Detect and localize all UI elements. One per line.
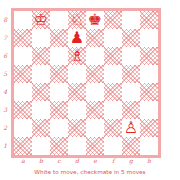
- square-d2[interactable]: [68, 119, 86, 137]
- square-c2[interactable]: [50, 119, 68, 137]
- square-h7[interactable]: [140, 29, 158, 47]
- puzzle-caption: White to move, checkmate in 5 moves: [25, 169, 155, 175]
- rank-label-6: 6: [0, 47, 9, 65]
- square-g4[interactable]: [122, 83, 140, 101]
- square-c3[interactable]: [50, 101, 68, 119]
- square-b5[interactable]: [32, 65, 50, 83]
- square-e1[interactable]: [86, 137, 104, 155]
- file-label-c: c: [50, 156, 68, 165]
- square-d1[interactable]: [68, 137, 86, 155]
- square-b8[interactable]: ♔: [32, 11, 50, 29]
- square-d6[interactable]: ♗: [68, 47, 86, 65]
- square-h2[interactable]: [140, 119, 158, 137]
- file-label-b: b: [32, 156, 50, 165]
- square-b6[interactable]: [32, 47, 50, 65]
- square-e6[interactable]: [86, 47, 104, 65]
- rank-label-5: 5: [0, 65, 9, 83]
- square-h4[interactable]: [140, 83, 158, 101]
- square-g3[interactable]: [122, 101, 140, 119]
- square-g7[interactable]: [122, 29, 140, 47]
- rank-label-4: 4: [0, 83, 9, 101]
- square-e3[interactable]: [86, 101, 104, 119]
- square-h3[interactable]: [140, 101, 158, 119]
- square-a5[interactable]: [14, 65, 32, 83]
- piece-black-king[interactable]: ♚: [86, 11, 104, 29]
- square-g5[interactable]: [122, 65, 140, 83]
- file-label-d: d: [68, 156, 86, 165]
- piece-white-bishop[interactable]: ♗: [68, 47, 86, 65]
- square-e2[interactable]: [86, 119, 104, 137]
- square-e5[interactable]: [86, 65, 104, 83]
- file-label-g: g: [122, 156, 140, 165]
- square-f1[interactable]: [104, 137, 122, 155]
- square-c4[interactable]: [50, 83, 68, 101]
- square-a1[interactable]: [14, 137, 32, 155]
- square-a4[interactable]: [14, 83, 32, 101]
- file-label-a: a: [14, 156, 32, 165]
- square-c1[interactable]: [50, 137, 68, 155]
- square-d7[interactable]: ♟: [68, 29, 86, 47]
- rank-label-8: 8: [0, 11, 9, 29]
- square-a8[interactable]: [14, 11, 32, 29]
- square-g6[interactable]: [122, 47, 140, 65]
- square-d4[interactable]: [68, 83, 86, 101]
- square-g8[interactable]: [122, 11, 140, 29]
- square-c6[interactable]: [50, 47, 68, 65]
- file-label-h: h: [140, 156, 158, 165]
- file-label-e: e: [86, 156, 104, 165]
- square-e8[interactable]: ♚: [86, 11, 104, 29]
- square-f3[interactable]: [104, 101, 122, 119]
- square-h1[interactable]: [140, 137, 158, 155]
- rank-labels: 87654321: [0, 8, 9, 158]
- square-h6[interactable]: [140, 47, 158, 65]
- square-f8[interactable]: [104, 11, 122, 29]
- square-a3[interactable]: [14, 101, 32, 119]
- square-c5[interactable]: [50, 65, 68, 83]
- rank-label-2: 2: [0, 119, 9, 137]
- square-f2[interactable]: [104, 119, 122, 137]
- square-a6[interactable]: [14, 47, 32, 65]
- rank-label-7: 7: [0, 29, 9, 47]
- square-h5[interactable]: [140, 65, 158, 83]
- square-h8[interactable]: [140, 11, 158, 29]
- square-a2[interactable]: [14, 119, 32, 137]
- square-b2[interactable]: [32, 119, 50, 137]
- file-label-f: f: [104, 156, 122, 165]
- square-f6[interactable]: [104, 47, 122, 65]
- piece-white-pawn[interactable]: ♙: [122, 119, 140, 137]
- square-b1[interactable]: [32, 137, 50, 155]
- square-d8[interactable]: ♘: [68, 11, 86, 29]
- square-f5[interactable]: [104, 65, 122, 83]
- square-g2[interactable]: ♙: [122, 119, 140, 137]
- file-labels: abcdefgh: [14, 156, 158, 165]
- square-a7[interactable]: [14, 29, 32, 47]
- square-f7[interactable]: [104, 29, 122, 47]
- rank-label-3: 3: [0, 101, 9, 119]
- square-f4[interactable]: [104, 83, 122, 101]
- piece-black-pawn[interactable]: ♟: [68, 29, 86, 47]
- square-d3[interactable]: [68, 101, 86, 119]
- square-e4[interactable]: [86, 83, 104, 101]
- chess-diagram: 87654321 ♔♘♚♟♗♙ abcdefgh White to move, …: [0, 0, 180, 180]
- square-c8[interactable]: [50, 11, 68, 29]
- square-c7[interactable]: [50, 29, 68, 47]
- square-e7[interactable]: [86, 29, 104, 47]
- square-b4[interactable]: [32, 83, 50, 101]
- piece-white-king[interactable]: ♔: [32, 11, 50, 29]
- chess-board[interactable]: ♔♘♚♟♗♙: [11, 8, 161, 158]
- rank-label-1: 1: [0, 137, 9, 155]
- square-d5[interactable]: [68, 65, 86, 83]
- square-b3[interactable]: [32, 101, 50, 119]
- square-b7[interactable]: [32, 29, 50, 47]
- piece-white-knight[interactable]: ♘: [68, 11, 86, 29]
- square-g1[interactable]: [122, 137, 140, 155]
